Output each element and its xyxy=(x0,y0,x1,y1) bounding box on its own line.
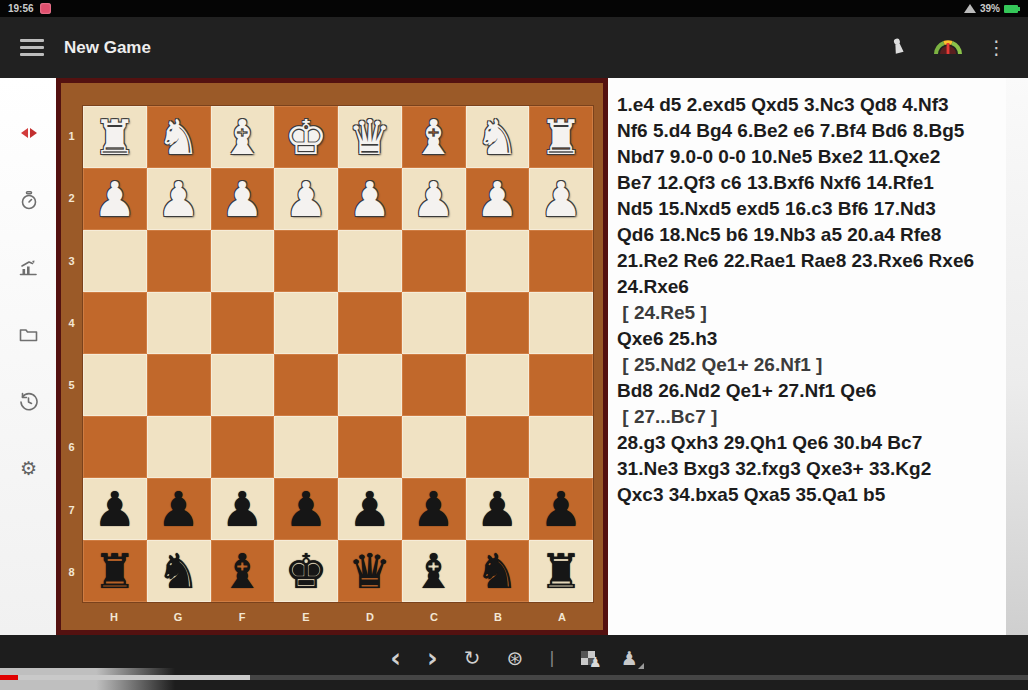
toolbar-separator: | xyxy=(549,650,554,666)
square-e1[interactable]: ♚ xyxy=(274,106,338,168)
board-squares: ♜♞♝♚♛♝♞♜♟♟♟♟♟♟♟♟♟♟♟♟♟♟♟♟♜♞♝♚♛♝♞♜ xyxy=(82,105,594,603)
square-a3[interactable] xyxy=(529,230,593,292)
square-b8[interactable]: ♞ xyxy=(466,540,530,602)
move-line[interactable]: 31.Ne3 Bxg3 32.fxg3 Qxe3+ 33.Kg2 xyxy=(617,456,1006,482)
black-pawn-piece[interactable]: ♟ xyxy=(221,485,264,533)
takeback-piece-icon[interactable] xyxy=(887,35,909,61)
rank-label: 1 xyxy=(61,105,82,167)
bottom-toolbar: ‹ › ↻ ⊛ | ♟ ♟ xyxy=(0,635,1028,690)
move-line[interactable]: Qxe6 25.h3 xyxy=(617,326,1006,352)
square-c4[interactable] xyxy=(402,292,466,354)
move-line[interactable]: 24.Rxe6 xyxy=(617,274,1006,300)
square-e4[interactable] xyxy=(274,292,338,354)
next-move-button[interactable]: › xyxy=(427,645,438,671)
white-pawn-piece[interactable]: ♟ xyxy=(348,175,391,223)
white-knight-piece[interactable]: ♞ xyxy=(157,113,200,161)
square-f8[interactable]: ♝ xyxy=(211,540,275,602)
move-line[interactable]: Nd5 15.Nxd5 exd5 16.c3 Bf6 17.Nd3 xyxy=(617,196,1006,222)
square-e3[interactable] xyxy=(274,230,338,292)
white-pawn-piece[interactable]: ♟ xyxy=(221,175,264,223)
move-line[interactable]: Bd8 26.Nd2 Qe1+ 27.Nf1 Qe6 xyxy=(617,378,1006,404)
square-b5[interactable] xyxy=(466,354,530,416)
piece-move-icon[interactable]: ♟ xyxy=(621,647,638,669)
file-label: D xyxy=(338,603,402,630)
square-b6[interactable] xyxy=(466,416,530,478)
black-queen-piece[interactable]: ♛ xyxy=(348,547,391,595)
move-list: 1.e4 d5 2.exd5 Qxd5 3.Nc3 Qd8 4.Nf3Nf6 5… xyxy=(608,78,1006,635)
black-pawn-piece[interactable]: ♟ xyxy=(540,485,583,533)
black-rook-piece[interactable]: ♜ xyxy=(93,547,136,595)
rank-label: 6 xyxy=(61,416,82,478)
square-c6[interactable] xyxy=(402,416,466,478)
square-h4[interactable] xyxy=(83,292,147,354)
square-c7[interactable]: ♟ xyxy=(402,478,466,540)
square-d1[interactable]: ♛ xyxy=(338,106,402,168)
white-pawn-piece[interactable]: ♟ xyxy=(93,175,136,223)
video-progress-played xyxy=(0,675,18,680)
rank-label: 7 xyxy=(61,479,82,541)
flip-board-icon[interactable]: ↻ xyxy=(464,648,481,668)
white-pawn-piece[interactable]: ♟ xyxy=(540,175,583,223)
file-labels: HGFEDCBA xyxy=(82,603,594,630)
move-list-scrollbar[interactable] xyxy=(1006,78,1028,635)
square-f4[interactable] xyxy=(211,292,275,354)
black-pawn-piece[interactable]: ♟ xyxy=(348,485,391,533)
square-g5[interactable] xyxy=(147,354,211,416)
square-b2[interactable]: ♟ xyxy=(466,168,530,230)
variation-line[interactable]: [ 24.Re5 ] xyxy=(617,300,1006,326)
file-label: H xyxy=(82,603,146,630)
timer-icon[interactable] xyxy=(0,183,57,217)
square-g8[interactable]: ♞ xyxy=(147,540,211,602)
variation-line[interactable]: [ 25.Nd2 Qe1+ 26.Nf1 ] xyxy=(617,352,1006,378)
chess-board-frame: 12345678 ♜♞♝♚♛♝♞♜♟♟♟♟♟♟♟♟♟♟♟♟♟♟♟♟♜♞♝♚♛♝♞… xyxy=(56,78,608,635)
square-e7[interactable]: ♟ xyxy=(274,478,338,540)
black-pawn-piece[interactable]: ♟ xyxy=(285,485,328,533)
variation-line[interactable]: [ 27...Bc7 ] xyxy=(617,404,1006,430)
battery-percent: 39% xyxy=(980,3,1000,14)
move-line[interactable]: 1.e4 d5 2.exd5 Qxd5 3.Nc3 Qd8 4.Nf3 xyxy=(617,92,1006,118)
setup-position-icon[interactable]: ♟ xyxy=(581,651,595,665)
app-toolbar: New Game ⋮ xyxy=(0,17,1028,78)
left-sidebar: ⚙ xyxy=(0,78,57,635)
black-king-piece[interactable]: ♚ xyxy=(285,547,328,595)
rank-label: 3 xyxy=(61,230,82,292)
file-label: E xyxy=(274,603,338,630)
square-c1[interactable]: ♝ xyxy=(402,106,466,168)
square-c8[interactable]: ♝ xyxy=(402,540,466,602)
square-a7[interactable]: ♟ xyxy=(529,478,593,540)
file-label: G xyxy=(146,603,210,630)
square-a4[interactable] xyxy=(529,292,593,354)
square-g7[interactable]: ♟ xyxy=(147,478,211,540)
rank-label: 4 xyxy=(61,292,82,354)
square-e5[interactable] xyxy=(274,354,338,416)
square-d4[interactable] xyxy=(338,292,402,354)
settings-gear-icon[interactable]: ⚙ xyxy=(0,451,57,485)
page-title: New Game xyxy=(64,38,151,58)
square-d8[interactable]: ♛ xyxy=(338,540,402,602)
history-icon[interactable] xyxy=(0,384,57,418)
square-g1[interactable]: ♞ xyxy=(147,106,211,168)
square-f6[interactable] xyxy=(211,416,275,478)
square-h3[interactable] xyxy=(83,230,147,292)
engine-wheel-icon[interactable]: ⊛ xyxy=(507,648,524,668)
square-g6[interactable] xyxy=(147,416,211,478)
white-pawn-piece[interactable]: ♟ xyxy=(285,175,328,223)
square-d2[interactable]: ♟ xyxy=(338,168,402,230)
square-b3[interactable] xyxy=(466,230,530,292)
square-d7[interactable]: ♟ xyxy=(338,478,402,540)
rank-label: 5 xyxy=(61,354,82,416)
white-king-piece[interactable]: ♚ xyxy=(285,113,328,161)
status-bar: 19:56 39% xyxy=(0,0,1028,17)
square-h6[interactable] xyxy=(83,416,147,478)
square-d3[interactable] xyxy=(338,230,402,292)
white-bishop-piece[interactable]: ♝ xyxy=(221,113,264,161)
rank-label: 8 xyxy=(61,541,82,603)
rank-labels: 12345678 xyxy=(61,105,82,603)
square-f7[interactable]: ♟ xyxy=(211,478,275,540)
folder-icon[interactable] xyxy=(0,317,57,351)
square-f3[interactable] xyxy=(211,230,275,292)
move-line[interactable]: Nf6 5.d4 Bg4 6.Be2 e6 7.Bf4 Bd6 8.Bg5 xyxy=(617,118,1006,144)
engine-gauge-icon[interactable] xyxy=(933,36,963,60)
move-line[interactable]: Be7 12.Qf3 c6 13.Bxf6 Nxf6 14.Rfe1 xyxy=(617,170,1006,196)
square-a8[interactable]: ♜ xyxy=(529,540,593,602)
move-line[interactable]: 21.Re2 Re6 22.Rae1 Rae8 23.Rxe6 Rxe6 xyxy=(617,248,1006,274)
move-line[interactable]: Qxc3 34.bxa5 Qxa5 35.Qa1 b5 xyxy=(617,482,1006,508)
square-a5[interactable] xyxy=(529,354,593,416)
black-knight-piece[interactable]: ♞ xyxy=(157,547,200,595)
white-pawn-piece[interactable]: ♟ xyxy=(476,175,519,223)
chess-app-screen: 19:56 39% New Game xyxy=(0,0,1028,690)
white-pawn-piece[interactable]: ♟ xyxy=(412,175,455,223)
square-e8[interactable]: ♚ xyxy=(274,540,338,602)
black-pawn-piece[interactable]: ♟ xyxy=(412,485,455,533)
screen-record-icon xyxy=(40,3,51,14)
file-label: C xyxy=(402,603,466,630)
black-bishop-piece[interactable]: ♝ xyxy=(412,547,455,595)
square-b1[interactable]: ♞ xyxy=(466,106,530,168)
square-a1[interactable]: ♜ xyxy=(529,106,593,168)
square-a6[interactable] xyxy=(529,416,593,478)
square-h8[interactable]: ♜ xyxy=(83,540,147,602)
video-progress-bar[interactable] xyxy=(0,675,1028,680)
square-h5[interactable] xyxy=(83,354,147,416)
square-g4[interactable] xyxy=(147,292,211,354)
square-b4[interactable] xyxy=(466,292,530,354)
move-line[interactable]: Nbd7 9.0-0 0-0 10.Ne5 Bxe2 11.Qxe2 xyxy=(617,144,1006,170)
black-knight-piece[interactable]: ♞ xyxy=(476,547,519,595)
square-c3[interactable] xyxy=(402,230,466,292)
black-pawn-piece[interactable]: ♟ xyxy=(93,485,136,533)
black-pawn-piece[interactable]: ♟ xyxy=(157,485,200,533)
white-pawn-piece[interactable]: ♟ xyxy=(157,175,200,223)
white-bishop-piece[interactable]: ♝ xyxy=(412,113,455,161)
square-g3[interactable] xyxy=(147,230,211,292)
square-f1[interactable]: ♝ xyxy=(211,106,275,168)
square-a2[interactable]: ♟ xyxy=(529,168,593,230)
square-d5[interactable] xyxy=(338,354,402,416)
white-rook-piece[interactable]: ♜ xyxy=(540,113,583,161)
wifi-icon xyxy=(964,4,976,13)
square-f5[interactable] xyxy=(211,354,275,416)
white-rook-piece[interactable]: ♜ xyxy=(93,113,136,161)
stats-chart-icon[interactable] xyxy=(0,250,57,284)
square-g2[interactable]: ♟ xyxy=(147,168,211,230)
black-pawn-piece[interactable]: ♟ xyxy=(476,485,519,533)
file-label: F xyxy=(210,603,274,630)
video-progress-buffer xyxy=(0,675,250,680)
square-c5[interactable] xyxy=(402,354,466,416)
rank-label: 2 xyxy=(61,167,82,229)
black-bishop-piece[interactable]: ♝ xyxy=(221,547,264,595)
file-label: B xyxy=(466,603,530,630)
square-e6[interactable] xyxy=(274,416,338,478)
handshake-icon[interactable] xyxy=(0,116,57,150)
menu-hamburger-icon[interactable] xyxy=(20,35,44,60)
file-label: A xyxy=(530,603,594,630)
square-e2[interactable]: ♟ xyxy=(274,168,338,230)
white-queen-piece[interactable]: ♛ xyxy=(348,113,391,161)
square-f2[interactable]: ♟ xyxy=(211,168,275,230)
overflow-menu-icon[interactable]: ⋮ xyxy=(987,38,1006,57)
move-line[interactable]: Qd6 18.Nc5 b6 19.Nb3 a5 20.a4 Rfe8 xyxy=(617,222,1006,248)
square-h2[interactable]: ♟ xyxy=(83,168,147,230)
square-d6[interactable] xyxy=(338,416,402,478)
square-c2[interactable]: ♟ xyxy=(402,168,466,230)
clock-time: 19:56 xyxy=(8,3,34,14)
square-b7[interactable]: ♟ xyxy=(466,478,530,540)
white-knight-piece[interactable]: ♞ xyxy=(476,113,519,161)
square-h1[interactable]: ♜ xyxy=(83,106,147,168)
square-h7[interactable]: ♟ xyxy=(83,478,147,540)
battery-icon xyxy=(1004,5,1018,13)
black-rook-piece[interactable]: ♜ xyxy=(540,547,583,595)
move-line[interactable]: 28.g3 Qxh3 29.Qh1 Qe6 30.b4 Bc7 xyxy=(617,430,1006,456)
prev-move-button[interactable]: ‹ xyxy=(390,645,401,671)
